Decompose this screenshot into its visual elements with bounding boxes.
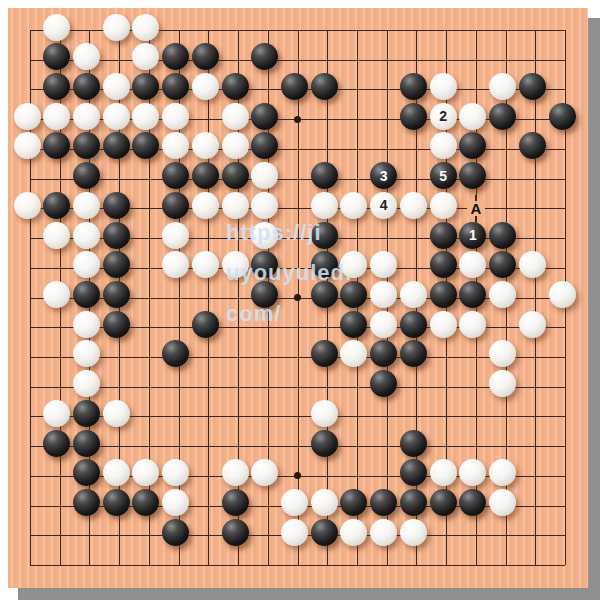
black-stone-c6-r5	[192, 162, 219, 189]
black-stone-c6-r1	[192, 43, 219, 70]
white-stone-c6-r8	[192, 251, 219, 278]
black-stone-c1-r6	[43, 192, 70, 219]
black-stone-c12-r5: 3	[370, 162, 397, 189]
white-stone-c15-r15	[459, 459, 486, 486]
white-stone-c16-r16	[489, 489, 516, 516]
white-stone-c14-r3: 2	[430, 103, 457, 130]
black-stone-c4-r2	[132, 73, 159, 100]
black-stone-c13-r14	[400, 430, 427, 457]
move-number-label: 2	[430, 103, 457, 130]
watermark-line: uyouyuled.	[226, 260, 352, 286]
black-stone-c2-r15	[73, 459, 100, 486]
white-stone-c3-r2	[103, 73, 130, 100]
star-point	[294, 116, 301, 123]
white-stone-c5-r4	[162, 132, 189, 159]
black-stone-c1-r1	[43, 43, 70, 70]
black-stone-c6-r10	[192, 311, 219, 338]
white-stone-c11-r17	[340, 519, 367, 546]
black-stone-c14-r9	[430, 281, 457, 308]
white-stone-c13-r17	[400, 519, 427, 546]
white-stone-c17-r8	[519, 251, 546, 278]
white-stone-c8-r15	[251, 459, 278, 486]
grid-line-horizontal	[30, 387, 565, 388]
white-stone-c4-r3	[132, 103, 159, 130]
black-stone-c11-r16	[340, 489, 367, 516]
white-stone-c4-r15	[132, 459, 159, 486]
black-stone-c15-r4	[459, 132, 486, 159]
white-stone-c5-r15	[162, 459, 189, 486]
white-stone-c10-r16	[311, 489, 338, 516]
black-stone-c13-r11	[400, 340, 427, 367]
black-stone-c10-r5	[311, 162, 338, 189]
white-stone-c0-r6	[14, 192, 41, 219]
white-stone-c5-r3	[162, 103, 189, 130]
black-stone-c17-r4	[519, 132, 546, 159]
white-stone-c8-r5	[251, 162, 278, 189]
dashed-line-segment	[475, 195, 477, 201]
star-point	[294, 472, 301, 479]
white-stone-c2-r3	[73, 103, 100, 130]
board-shadow-right	[588, 18, 600, 600]
black-stone-c13-r16	[400, 489, 427, 516]
white-stone-c12-r10	[370, 311, 397, 338]
black-stone-c12-r11	[370, 340, 397, 367]
white-stone-c13-r6	[400, 192, 427, 219]
black-stone-c2-r5	[73, 162, 100, 189]
black-stone-c3-r6	[103, 192, 130, 219]
white-stone-c12-r17	[370, 519, 397, 546]
white-stone-c2-r10	[73, 311, 100, 338]
watermark-line: https://ji	[226, 220, 322, 246]
dashed-line-segment	[475, 216, 477, 222]
black-stone-c14-r16	[430, 489, 457, 516]
white-stone-c15-r10	[459, 311, 486, 338]
black-stone-c18-r3	[549, 103, 576, 130]
white-stone-c5-r7	[162, 222, 189, 249]
black-stone-c7-r17	[222, 519, 249, 546]
black-stone-c5-r5	[162, 162, 189, 189]
white-stone-c4-r1	[132, 43, 159, 70]
white-stone-c3-r13	[103, 400, 130, 427]
black-stone-c14-r5: 5	[430, 162, 457, 189]
white-stone-c7-r4	[222, 132, 249, 159]
white-stone-c18-r9	[549, 281, 576, 308]
white-stone-c14-r15	[430, 459, 457, 486]
black-stone-c12-r16	[370, 489, 397, 516]
black-stone-c15-r7: 1	[459, 222, 486, 249]
black-stone-c8-r3	[251, 103, 278, 130]
black-stone-c10-r14	[311, 430, 338, 457]
white-stone-c8-r6	[251, 192, 278, 219]
white-stone-c16-r11	[489, 340, 516, 367]
white-stone-c3-r15	[103, 459, 130, 486]
white-stone-c14-r6	[430, 192, 457, 219]
black-stone-c12-r12	[370, 370, 397, 397]
black-stone-c14-r8	[430, 251, 457, 278]
white-stone-c1-r0	[43, 14, 70, 41]
white-stone-c12-r6: 4	[370, 192, 397, 219]
white-stone-c14-r10	[430, 311, 457, 338]
black-stone-c9-r2	[281, 73, 308, 100]
white-stone-c2-r6	[73, 192, 100, 219]
white-stone-c1-r9	[43, 281, 70, 308]
white-stone-c3-r3	[103, 103, 130, 130]
white-stone-c4-r0	[132, 14, 159, 41]
white-stone-c10-r13	[311, 400, 338, 427]
white-stone-c2-r8	[73, 251, 100, 278]
white-stone-c11-r11	[340, 340, 367, 367]
grid-line-horizontal	[30, 357, 565, 358]
white-stone-c2-r11	[73, 340, 100, 367]
move-number-label: 3	[370, 162, 397, 189]
black-stone-c16-r8	[489, 251, 516, 278]
black-stone-c13-r2	[400, 73, 427, 100]
black-stone-c7-r5	[222, 162, 249, 189]
white-stone-c1-r3	[43, 103, 70, 130]
black-stone-c1-r14	[43, 430, 70, 457]
black-stone-c3-r9	[103, 281, 130, 308]
white-stone-c3-r0	[103, 14, 130, 41]
go-board: 23541A	[8, 8, 588, 588]
white-stone-c6-r4	[192, 132, 219, 159]
black-stone-c3-r7	[103, 222, 130, 249]
black-stone-c5-r1	[162, 43, 189, 70]
black-stone-c16-r7	[489, 222, 516, 249]
black-stone-c2-r9	[73, 281, 100, 308]
white-stone-c16-r15	[489, 459, 516, 486]
grid-line-horizontal	[30, 565, 565, 566]
grid-line-horizontal	[30, 446, 565, 447]
black-stone-c1-r2	[43, 73, 70, 100]
black-stone-c15-r16	[459, 489, 486, 516]
black-stone-c10-r2	[311, 73, 338, 100]
white-stone-c7-r3	[222, 103, 249, 130]
black-stone-c3-r16	[103, 489, 130, 516]
black-stone-c2-r4	[73, 132, 100, 159]
white-stone-c0-r3	[14, 103, 41, 130]
black-stone-c5-r2	[162, 73, 189, 100]
white-stone-c7-r15	[222, 459, 249, 486]
black-stone-c2-r2	[73, 73, 100, 100]
white-stone-c12-r9	[370, 281, 397, 308]
black-stone-c16-r3	[489, 103, 516, 130]
black-stone-c5-r17	[162, 519, 189, 546]
board-shadow-bottom	[18, 588, 588, 600]
black-stone-c8-r4	[251, 132, 278, 159]
black-stone-c3-r8	[103, 251, 130, 278]
white-stone-c9-r16	[281, 489, 308, 516]
star-point	[294, 294, 301, 301]
white-stone-c0-r4	[14, 132, 41, 159]
white-stone-c17-r10	[519, 311, 546, 338]
white-stone-c1-r13	[43, 400, 70, 427]
black-stone-c1-r4	[43, 132, 70, 159]
black-stone-c3-r10	[103, 311, 130, 338]
black-stone-c13-r10	[400, 311, 427, 338]
move-number-label: 1	[459, 222, 486, 249]
black-stone-c2-r13	[73, 400, 100, 427]
black-stone-c10-r17	[311, 519, 338, 546]
white-stone-c13-r9	[400, 281, 427, 308]
white-stone-c1-r7	[43, 222, 70, 249]
black-stone-c13-r15	[400, 459, 427, 486]
black-stone-c5-r11	[162, 340, 189, 367]
move-number-label: 5	[430, 162, 457, 189]
black-stone-c4-r16	[132, 489, 159, 516]
black-stone-c5-r6	[162, 192, 189, 219]
black-stone-c13-r3	[400, 103, 427, 130]
move-number-label: 4	[370, 192, 397, 219]
black-stone-c2-r16	[73, 489, 100, 516]
white-stone-c2-r1	[73, 43, 100, 70]
black-stone-c15-r9	[459, 281, 486, 308]
black-stone-c4-r4	[132, 132, 159, 159]
white-stone-c2-r12	[73, 370, 100, 397]
watermark-line: com/	[226, 301, 281, 327]
white-stone-c10-r6	[311, 192, 338, 219]
black-stone-c11-r10	[340, 311, 367, 338]
black-stone-c7-r16	[222, 489, 249, 516]
white-stone-c7-r6	[222, 192, 249, 219]
white-stone-c5-r8	[162, 251, 189, 278]
white-stone-c9-r17	[281, 519, 308, 546]
white-stone-c6-r2	[192, 73, 219, 100]
white-stone-c11-r6	[340, 192, 367, 219]
white-stone-c16-r2	[489, 73, 516, 100]
white-stone-c2-r7	[73, 222, 100, 249]
white-stone-c12-r8	[370, 251, 397, 278]
white-stone-c15-r8	[459, 251, 486, 278]
black-stone-c17-r2	[519, 73, 546, 100]
point-label-a: A	[467, 199, 485, 217]
white-stone-c15-r3	[459, 103, 486, 130]
white-stone-c14-r4	[430, 132, 457, 159]
black-stone-c7-r2	[222, 73, 249, 100]
grid-line-vertical	[535, 30, 536, 565]
white-stone-c5-r16	[162, 489, 189, 516]
black-stone-c14-r7	[430, 222, 457, 249]
black-stone-c8-r1	[251, 43, 278, 70]
black-stone-c3-r4	[103, 132, 130, 159]
white-stone-c6-r6	[192, 192, 219, 219]
black-stone-c2-r14	[73, 430, 100, 457]
screenshot-frame: 23541A https://ji uyouyuled. com/	[0, 0, 600, 600]
white-stone-c14-r2	[430, 73, 457, 100]
black-stone-c15-r5	[459, 162, 486, 189]
white-stone-c16-r12	[489, 370, 516, 397]
white-stone-c16-r9	[489, 281, 516, 308]
black-stone-c10-r11	[311, 340, 338, 367]
